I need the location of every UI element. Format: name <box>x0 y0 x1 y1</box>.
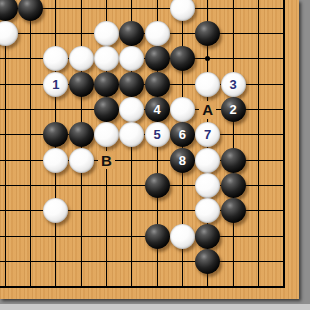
move-number-label: 7 <box>204 122 211 147</box>
black-stone[interactable] <box>145 173 170 198</box>
move-number-label: 6 <box>179 122 186 147</box>
black-stone[interactable] <box>221 198 246 223</box>
black-stone[interactable] <box>69 72 94 97</box>
white-stone[interactable] <box>94 122 119 147</box>
grid-horizontal-line <box>0 286 285 288</box>
black-stone[interactable]: 8 <box>170 148 195 173</box>
black-stone[interactable]: 2 <box>221 97 246 122</box>
black-stone[interactable] <box>221 148 246 173</box>
black-stone[interactable] <box>69 122 94 147</box>
black-stone[interactable] <box>18 0 43 21</box>
white-stone[interactable] <box>195 148 220 173</box>
white-stone[interactable] <box>43 148 68 173</box>
grid-horizontal-line <box>0 261 285 262</box>
white-stone[interactable] <box>170 97 195 122</box>
screenshot-frame: AB 13425678 <box>0 0 310 310</box>
move-number-label: 8 <box>179 148 186 173</box>
grid-vertical-line <box>233 0 234 288</box>
move-number-label: 4 <box>153 97 160 122</box>
board-letter-label[interactable]: A <box>199 101 216 119</box>
move-number-label: 3 <box>229 72 236 97</box>
black-stone[interactable] <box>0 0 18 21</box>
white-stone[interactable]: 1 <box>43 72 68 97</box>
move-number-label: 2 <box>229 97 236 122</box>
white-stone[interactable]: 7 <box>195 122 220 147</box>
white-stone[interactable] <box>119 97 144 122</box>
white-stone[interactable] <box>0 21 18 46</box>
white-stone[interactable] <box>69 148 94 173</box>
window-background-strip <box>0 304 310 310</box>
black-stone[interactable] <box>119 21 144 46</box>
black-stone[interactable]: 6 <box>170 122 195 147</box>
grid-vertical-line <box>283 0 285 288</box>
black-stone[interactable] <box>94 97 119 122</box>
white-stone[interactable] <box>170 224 195 249</box>
black-stone[interactable] <box>43 122 68 147</box>
move-number-label: 5 <box>153 122 160 147</box>
grid-vertical-line <box>30 0 31 288</box>
white-stone[interactable] <box>119 46 144 71</box>
white-stone[interactable] <box>43 46 68 71</box>
white-stone[interactable]: 3 <box>221 72 246 97</box>
black-stone[interactable] <box>119 72 144 97</box>
black-stone[interactable] <box>195 249 220 274</box>
black-stone[interactable] <box>145 224 170 249</box>
white-stone[interactable] <box>195 72 220 97</box>
black-stone[interactable] <box>221 173 246 198</box>
star-point-icon <box>205 56 210 61</box>
white-stone[interactable] <box>195 173 220 198</box>
black-stone[interactable] <box>170 46 195 71</box>
black-stone[interactable] <box>195 224 220 249</box>
white-stone[interactable]: 5 <box>145 122 170 147</box>
black-stone[interactable] <box>145 46 170 71</box>
black-stone[interactable]: 4 <box>145 97 170 122</box>
white-stone[interactable] <box>170 0 195 21</box>
white-stone[interactable] <box>94 46 119 71</box>
white-stone[interactable] <box>94 21 119 46</box>
white-stone[interactable] <box>195 198 220 223</box>
black-stone[interactable] <box>94 72 119 97</box>
white-stone[interactable] <box>119 122 144 147</box>
move-number-label: 1 <box>52 72 59 97</box>
board-letter-label[interactable]: B <box>98 151 115 169</box>
white-stone[interactable] <box>69 46 94 71</box>
white-stone[interactable] <box>43 198 68 223</box>
black-stone[interactable] <box>145 72 170 97</box>
go-board[interactable]: AB 13425678 <box>0 0 299 299</box>
grid-horizontal-line <box>0 236 285 237</box>
white-stone[interactable] <box>145 21 170 46</box>
grid-vertical-line <box>258 0 259 288</box>
black-stone[interactable] <box>195 21 220 46</box>
